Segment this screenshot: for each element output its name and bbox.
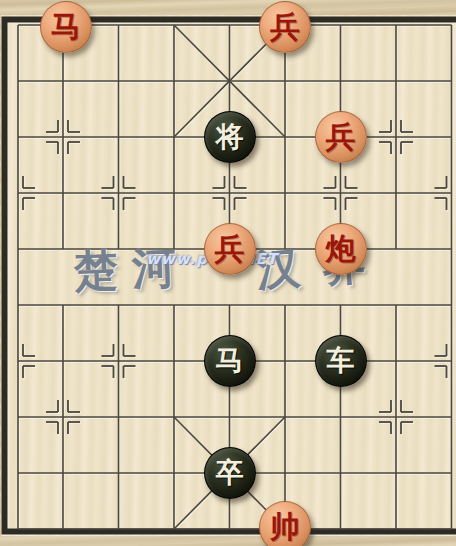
piece-red-soldier[interactable]: 兵: [259, 1, 311, 53]
piece-black-chariot[interactable]: 车: [315, 335, 367, 387]
piece-red-soldier[interactable]: 兵: [315, 111, 367, 163]
piece-red-general[interactable]: 帅: [259, 501, 311, 546]
piece-red-soldier[interactable]: 兵: [204, 223, 256, 275]
piece-glyph: 兵: [326, 122, 356, 152]
piece-black-general[interactable]: 将: [204, 111, 256, 163]
xiangqi-board: 楚河 汉界 www.pk….NET 马兵将兵兵炮马车卒帅: [0, 0, 456, 546]
piece-glyph: 炮: [326, 234, 356, 264]
piece-black-horse[interactable]: 马: [204, 335, 256, 387]
piece-glyph: 将: [216, 123, 244, 151]
piece-black-soldier[interactable]: 卒: [204, 447, 256, 499]
piece-glyph: 帅: [270, 512, 300, 542]
piece-glyph: 兵: [215, 234, 245, 264]
piece-glyph: 马: [51, 12, 81, 42]
piece-glyph: 车: [327, 347, 355, 375]
piece-glyph: 马: [216, 347, 244, 375]
piece-red-cannon[interactable]: 炮: [315, 223, 367, 275]
piece-glyph: 兵: [270, 12, 300, 42]
piece-red-horse[interactable]: 马: [40, 1, 92, 53]
piece-glyph: 卒: [216, 459, 244, 487]
